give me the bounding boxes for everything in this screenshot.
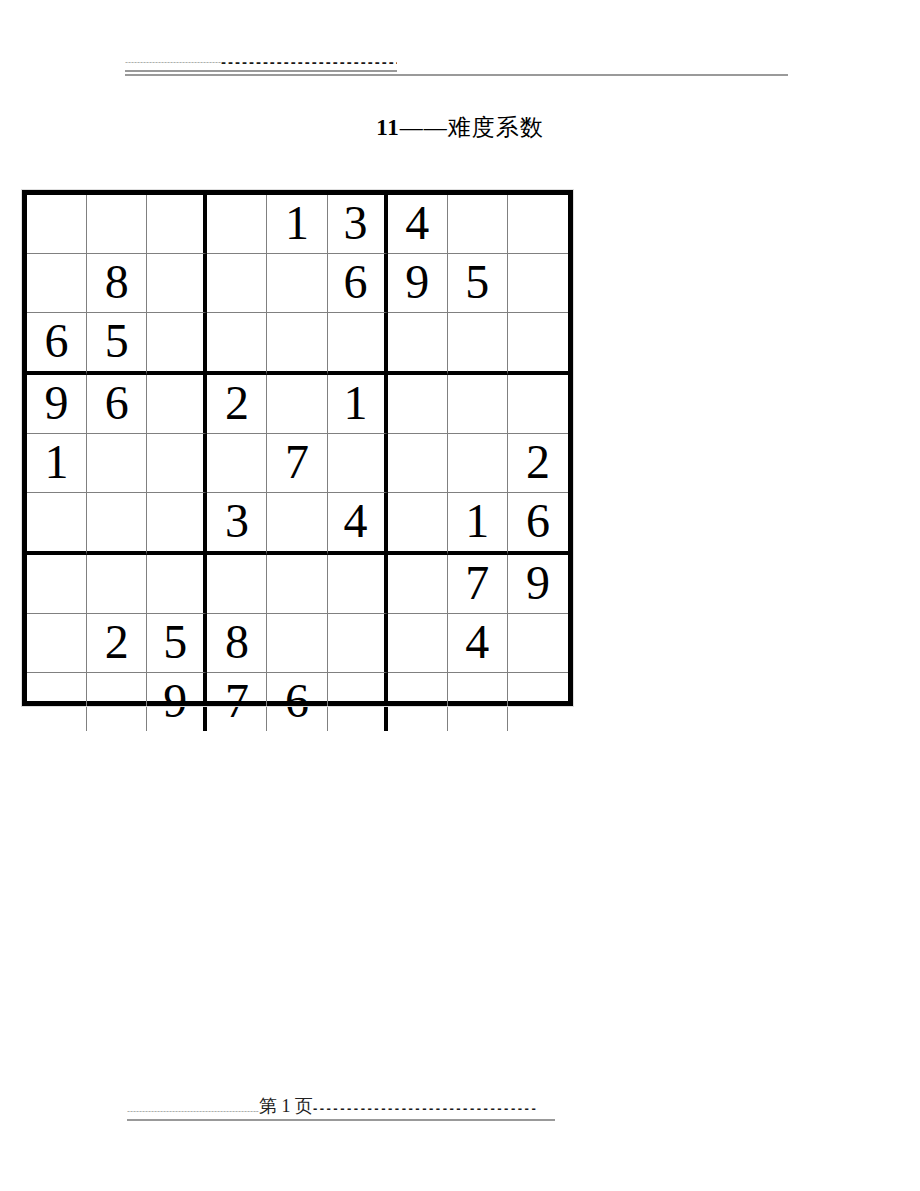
cell-r2c6: 6 (328, 254, 388, 313)
cell-r3c7 (388, 313, 448, 375)
cell-r7c1 (27, 555, 87, 614)
cell-r2c1 (27, 254, 87, 313)
sudoku-board: 13486956596211723416792584976 (22, 190, 573, 706)
cell-r7c2 (87, 555, 147, 614)
cell-r8c8: 4 (448, 614, 508, 673)
cell-r9c4: 7 (207, 673, 267, 731)
header-light-dashes: -------------------------------- (125, 57, 221, 67)
cell-r4c4: 2 (207, 375, 267, 434)
cell-r4c8 (448, 375, 508, 434)
cell-r1c3 (147, 195, 207, 254)
cell-r1c9 (508, 195, 568, 254)
cell-r6c6: 4 (328, 493, 388, 555)
cell-r7c7 (388, 555, 448, 614)
cell-r4c2: 6 (87, 375, 147, 434)
cell-r6c1 (27, 493, 87, 555)
cell-r7c5 (267, 555, 327, 614)
footer-light-dashes: ----------------------------------------… (127, 1106, 259, 1116)
header-rule (125, 74, 788, 76)
cell-r3c1: 6 (27, 313, 87, 375)
cell-r2c7: 9 (388, 254, 448, 313)
cell-r9c2 (87, 673, 147, 731)
cell-r2c2: 8 (87, 254, 147, 313)
cell-r6c4: 3 (207, 493, 267, 555)
cell-r3c9 (508, 313, 568, 375)
cell-r9c5: 6 (267, 673, 327, 731)
cell-r5c5: 7 (267, 434, 327, 493)
cell-r8c1 (27, 614, 87, 673)
cell-r5c4 (207, 434, 267, 493)
cell-r6c3 (147, 493, 207, 555)
cell-r3c6 (328, 313, 388, 375)
cell-r4c5 (267, 375, 327, 434)
cell-r1c7: 4 (388, 195, 448, 254)
page-header-dashes: ----------------------------------------… (125, 54, 397, 72)
cell-r8c7 (388, 614, 448, 673)
cell-r9c6 (328, 673, 388, 731)
cell-r6c2 (87, 493, 147, 555)
cell-r6c5 (267, 493, 327, 555)
cell-r6c9: 6 (508, 493, 568, 555)
cell-r1c5: 1 (267, 195, 327, 254)
cell-r4c1: 9 (27, 375, 87, 434)
cell-r1c6: 3 (328, 195, 388, 254)
cell-r3c2: 5 (87, 313, 147, 375)
cell-r8c3: 5 (147, 614, 207, 673)
cell-r8c5 (267, 614, 327, 673)
cell-r4c3 (147, 375, 207, 434)
cell-r8c2: 2 (87, 614, 147, 673)
cell-r9c8 (448, 673, 508, 731)
cell-r5c8 (448, 434, 508, 493)
footer-bold-dashes: --------------------------------- (313, 1101, 538, 1116)
cell-r5c7 (388, 434, 448, 493)
header-bold-dashes: -------------------------- (221, 54, 397, 70)
cell-r4c7 (388, 375, 448, 434)
cell-r2c8: 5 (448, 254, 508, 313)
cell-r9c3: 9 (147, 673, 207, 731)
cell-r5c2 (87, 434, 147, 493)
cell-r9c1 (27, 673, 87, 731)
cell-r3c3 (147, 313, 207, 375)
cell-r8c4: 8 (207, 614, 267, 673)
cell-r3c5 (267, 313, 327, 375)
cell-r6c8: 1 (448, 493, 508, 555)
cell-r4c9 (508, 375, 568, 434)
cell-r1c2 (87, 195, 147, 254)
cell-r2c3 (147, 254, 207, 313)
cell-r4c6: 1 (328, 375, 388, 434)
cell-r2c9 (508, 254, 568, 313)
cell-r5c9: 2 (508, 434, 568, 493)
cell-r9c9 (508, 673, 568, 731)
page-footer: ----------------------------------------… (127, 1094, 555, 1121)
cell-r1c8 (448, 195, 508, 254)
cell-r7c4 (207, 555, 267, 614)
cell-r7c8: 7 (448, 555, 508, 614)
cell-r5c3 (147, 434, 207, 493)
title-text: ——难度系数 (400, 115, 544, 140)
cell-r2c4 (207, 254, 267, 313)
cell-r5c6 (328, 434, 388, 493)
cell-r1c4 (207, 195, 267, 254)
cell-r2c5 (267, 254, 327, 313)
cell-r6c7 (388, 493, 448, 555)
cell-r5c1: 1 (27, 434, 87, 493)
cell-r3c4 (207, 313, 267, 375)
page-title: 11——难度系数 (0, 112, 920, 143)
footer-page-label: 第 1 页 (259, 1096, 313, 1116)
document-page: ----------------------------------------… (0, 0, 920, 1191)
cell-r7c6 (328, 555, 388, 614)
cell-r7c3 (147, 555, 207, 614)
cell-r8c6 (328, 614, 388, 673)
cell-r8c9 (508, 614, 568, 673)
cell-r1c1 (27, 195, 87, 254)
title-number: 11 (376, 115, 400, 140)
cell-r9c7 (388, 673, 448, 731)
cell-r7c9: 9 (508, 555, 568, 614)
cell-r3c8 (448, 313, 508, 375)
